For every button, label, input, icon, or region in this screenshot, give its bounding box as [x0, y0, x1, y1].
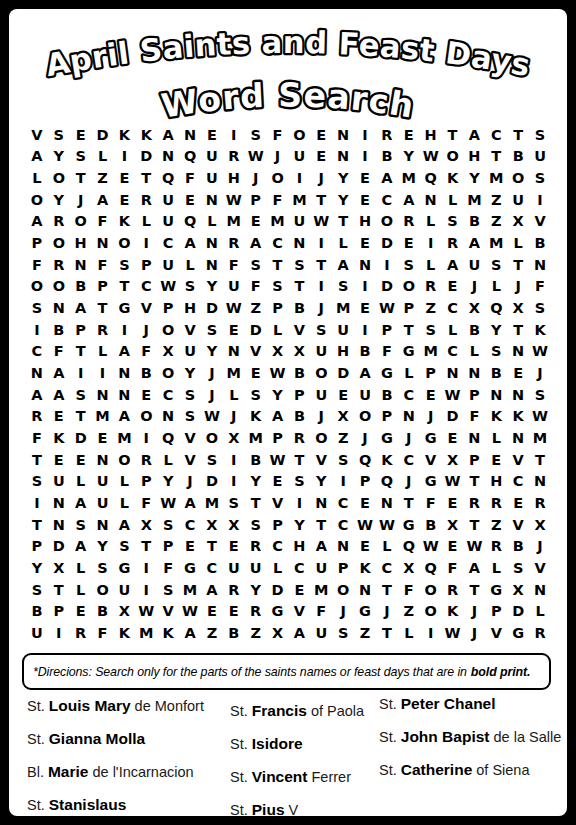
grid-cell-r12c19: P: [420, 362, 442, 384]
grid-cell-r9c5: G: [114, 297, 136, 319]
page-title: April Saints and Feast Days Word Search: [18, 14, 558, 124]
grid-cell-r4c23: U: [507, 189, 529, 211]
grid-cell-r22c1: S: [26, 579, 48, 601]
grid-cell-r10c10: E: [223, 319, 245, 341]
grid-cell-r6c9: N: [201, 232, 223, 254]
grid-cell-r4c4: A: [92, 189, 114, 211]
grid-cell-r5c21: B: [464, 211, 486, 233]
grid-cell-r3c6: T: [135, 167, 157, 189]
grid-cell-r3c18: M: [398, 167, 420, 189]
grid-cell-r22c18: F: [398, 579, 420, 601]
grid-cell-r15c24: M: [529, 427, 551, 449]
grid-cell-r16c9: S: [201, 449, 223, 471]
grid-cell-r5c7: U: [157, 211, 179, 233]
grid-cell-r12c8: Y: [179, 362, 201, 384]
grid-cell-r5c4: F: [92, 211, 114, 233]
grid-cell-r11c19: M: [420, 341, 442, 363]
grid-cell-r23c10: E: [223, 601, 245, 623]
grid-cell-r24c10: B: [223, 622, 245, 644]
grid-cell-r1c5: K: [114, 124, 136, 146]
grid-cell-r11c22: S: [485, 341, 507, 363]
grid-cell-r8c18: O: [398, 276, 420, 298]
grid-cell-r3c11: J: [245, 167, 267, 189]
word-list-column-3: St. Peter ChanelSt. John Bapist de la Sa…: [379, 694, 555, 825]
grid-cell-r14c19: J: [420, 406, 442, 428]
grid-cell-r10c12: L: [267, 319, 289, 341]
grid-cell-r6c14: I: [310, 232, 332, 254]
grid-cell-r1c11: S: [245, 124, 267, 146]
grid-cell-r10c18: T: [398, 319, 420, 341]
grid-cell-r2c1: A: [26, 146, 48, 168]
grid-cell-r1c24: S: [529, 124, 551, 146]
grid-cell-r2c14: E: [310, 146, 332, 168]
grid-cell-r6c19: I: [420, 232, 442, 254]
grid-cell-r6c8: A: [179, 232, 201, 254]
grid-cell-r15c5: M: [114, 427, 136, 449]
grid-cell-r24c8: A: [179, 622, 201, 644]
grid-cell-r14c18: N: [398, 406, 420, 428]
grid-cell-r24c3: R: [70, 622, 92, 644]
grid-cell-r9c23: X: [507, 297, 529, 319]
grid-cell-r9c8: H: [179, 297, 201, 319]
grid-cell-r11c4: L: [92, 341, 114, 363]
grid-cell-r2c21: H: [464, 146, 486, 168]
grid-cell-r18c5: L: [114, 492, 136, 514]
grid-cell-r24c13: A: [289, 622, 311, 644]
grid-cell-r23c3: E: [70, 601, 92, 623]
grid-cell-r16c11: B: [245, 449, 267, 471]
grid-cell-r20c14: A: [310, 536, 332, 558]
grid-cell-r5c18: R: [398, 211, 420, 233]
grid-cell-r5c11: E: [245, 211, 267, 233]
grid-cell-r7c14: T: [310, 254, 332, 276]
grid-cell-r16c12: W: [267, 449, 289, 471]
grid-cell-r12c7: O: [157, 362, 179, 384]
grid-cell-r20c1: P: [26, 536, 48, 558]
grid-cell-r5c19: L: [420, 211, 442, 233]
grid-cell-r17c18: J: [398, 471, 420, 493]
grid-cell-r3c7: Q: [157, 167, 179, 189]
grid-cell-r6c1: P: [26, 232, 48, 254]
grid-cell-r4c24: I: [529, 189, 551, 211]
grid-cell-r3c12: O: [267, 167, 289, 189]
grid-cell-r22c5: U: [114, 579, 136, 601]
grid-cell-r15c9: O: [201, 427, 223, 449]
grid-cell-r5c9: L: [201, 211, 223, 233]
grid-cell-r1c14: E: [310, 124, 332, 146]
grid-cell-r8c2: O: [48, 276, 70, 298]
grid-cell-r15c8: V: [179, 427, 201, 449]
grid-cell-r8c19: R: [420, 276, 442, 298]
grid-cell-r11c11: V: [245, 341, 267, 363]
grid-cell-r19c12: P: [267, 514, 289, 536]
grid-cell-r17c11: Y: [245, 471, 267, 493]
grid-cell-r4c6: R: [135, 189, 157, 211]
grid-cell-r4c11: P: [245, 189, 267, 211]
grid-cell-r14c14: J: [310, 406, 332, 428]
grid-cell-r24c11: Z: [245, 622, 267, 644]
grid-cell-r24c22: V: [485, 622, 507, 644]
grid-cell-r3c22: M: [485, 167, 507, 189]
grid-cell-r2c7: N: [157, 146, 179, 168]
grid-cell-r7c19: L: [420, 254, 442, 276]
grid-cell-r13c11: S: [245, 384, 267, 406]
grid-cell-r22c2: T: [48, 579, 70, 601]
grid-cell-r7c12: T: [267, 254, 289, 276]
grid-cell-r17c3: L: [70, 471, 92, 493]
title-line1: April Saints and Feast Days: [43, 25, 533, 83]
grid-cell-r19c22: Z: [485, 514, 507, 536]
grid-cell-r7c11: S: [245, 254, 267, 276]
grid-cell-r15c2: K: [48, 427, 70, 449]
grid-cell-r7c7: U: [157, 254, 179, 276]
grid-cell-r18c20: E: [442, 492, 464, 514]
grid-cell-r14c22: K: [485, 406, 507, 428]
grid-cell-r10c13: V: [289, 319, 311, 341]
grid-cell-r1c9: E: [201, 124, 223, 146]
grid-cell-r23c22: P: [485, 601, 507, 623]
grid-cell-r13c15: E: [332, 384, 354, 406]
grid-cell-r3c3: T: [70, 167, 92, 189]
grid-cell-r18c19: F: [420, 492, 442, 514]
word-list-column-1: St. Louis Mary de MonfortSt. Gianna Moll…: [27, 694, 230, 825]
grid-cell-r14c16: O: [354, 406, 376, 428]
word-prefix: St.: [230, 802, 252, 818]
grid-cell-r2c20: O: [442, 146, 464, 168]
grid-cell-r14c11: K: [245, 406, 267, 428]
grid-cell-r14c10: J: [223, 406, 245, 428]
grid-cell-r24c23: G: [507, 622, 529, 644]
grid-cell-r20c11: R: [245, 536, 267, 558]
grid-cell-r17c8: J: [179, 471, 201, 493]
grid-cell-r21c4: S: [92, 557, 114, 579]
grid-cell-r1c1: V: [26, 124, 48, 146]
grid-cell-r23c8: W: [179, 601, 201, 623]
grid-cell-r21c9: C: [201, 557, 223, 579]
word-list-item: St. John Bapist de la Salle: [379, 727, 555, 747]
grid-cell-r24c5: K: [114, 622, 136, 644]
grid-cell-r11c23: N: [507, 341, 529, 363]
grid-cell-r11c20: C: [442, 341, 464, 363]
word-suffix: of Siena: [472, 762, 529, 778]
grid-cell-r3c16: E: [354, 167, 376, 189]
grid-cell-r6c7: C: [157, 232, 179, 254]
word-list: St. Louis Mary de MonfortSt. Gianna Moll…: [27, 694, 555, 825]
grid-cell-r19c5: A: [114, 514, 136, 536]
grid-cell-r12c10: M: [223, 362, 245, 384]
grid-cell-r2c13: U: [289, 146, 311, 168]
grid-cell-r21c12: L: [267, 557, 289, 579]
grid-cell-r21c3: L: [70, 557, 92, 579]
word-suffix: of Paola: [307, 703, 364, 719]
grid-cell-r5c20: S: [442, 211, 464, 233]
worksheet-page: April Saints and Feast Days Word Search …: [0, 0, 576, 825]
grid-cell-r4c16: E: [354, 189, 376, 211]
grid-cell-r10c23: T: [507, 319, 529, 341]
grid-cell-r12c1: N: [26, 362, 48, 384]
grid-cell-r5c3: O: [70, 211, 92, 233]
grid-cell-r12c13: B: [289, 362, 311, 384]
grid-cell-r1c16: I: [354, 124, 376, 146]
grid-cell-r1c15: N: [332, 124, 354, 146]
grid-cell-r12c15: D: [332, 362, 354, 384]
grid-cell-r5c6: L: [135, 211, 157, 233]
grid-cell-r3c8: F: [179, 167, 201, 189]
grid-cell-r16c1: T: [26, 449, 48, 471]
grid-cell-r2c18: Y: [398, 146, 420, 168]
grid-cell-r4c3: J: [70, 189, 92, 211]
grid-cell-r7c22: S: [485, 254, 507, 276]
grid-cell-r13c24: S: [529, 384, 551, 406]
grid-cell-r3c14: J: [310, 167, 332, 189]
grid-cell-r15c23: N: [507, 427, 529, 449]
word-bold-name: Stanislaus: [49, 796, 127, 813]
grid-cell-r5c24: V: [529, 211, 551, 233]
grid-cell-r6c11: A: [245, 232, 267, 254]
grid-cell-r2c16: I: [354, 146, 376, 168]
grid-cell-r8c21: J: [464, 276, 486, 298]
grid-cell-r15c13: R: [289, 427, 311, 449]
grid-cell-r23c15: J: [332, 601, 354, 623]
grid-cell-r23c17: J: [376, 601, 398, 623]
grid-cell-r15c6: I: [135, 427, 157, 449]
grid-cell-r4c5: E: [114, 189, 136, 211]
grid-cell-r19c20: X: [442, 514, 464, 536]
grid-cell-r24c21: J: [464, 622, 486, 644]
grid-cell-r6c23: L: [507, 232, 529, 254]
grid-cell-r6c20: R: [442, 232, 464, 254]
word-bold-name: Peter Chanel: [401, 695, 496, 712]
grid-cell-r18c3: A: [70, 492, 92, 514]
grid-cell-r3c10: H: [223, 167, 245, 189]
grid-cell-r1c22: C: [485, 124, 507, 146]
grid-cell-r18c21: R: [464, 492, 486, 514]
grid-cell-r5c1: A: [26, 211, 48, 233]
grid-cell-r5c23: X: [507, 211, 529, 233]
grid-cell-r1c23: T: [507, 124, 529, 146]
grid-cell-r8c6: C: [135, 276, 157, 298]
grid-cell-r4c21: M: [464, 189, 486, 211]
grid-cell-r10c9: S: [201, 319, 223, 341]
grid-cell-r18c18: T: [398, 492, 420, 514]
grid-cell-r13c19: E: [420, 384, 442, 406]
grid-cell-r17c5: L: [114, 471, 136, 493]
grid-cell-r6c2: O: [48, 232, 70, 254]
grid-cell-r2c24: U: [529, 146, 551, 168]
grid-cell-r10c3: P: [70, 319, 92, 341]
grid-cell-r6c10: R: [223, 232, 245, 254]
grid-cell-r17c21: T: [464, 471, 486, 493]
grid-cell-r19c17: W: [376, 514, 398, 536]
grid-cell-r23c21: J: [464, 601, 486, 623]
grid-cell-r16c23: V: [507, 449, 529, 471]
grid-cell-r19c2: N: [48, 514, 70, 536]
word-search-grid: VSEDKKANEISFOENIREHTACTSAYSLIDNQURWJUENI…: [26, 124, 551, 644]
grid-cell-r23c20: K: [442, 601, 464, 623]
grid-cell-r22c20: R: [442, 579, 464, 601]
word-suffix: de Monfort: [131, 698, 204, 714]
grid-cell-r20c4: Y: [92, 536, 114, 558]
grid-cell-r2c3: S: [70, 146, 92, 168]
grid-cell-r10c22: Y: [485, 319, 507, 341]
grid-cell-r13c12: Y: [267, 384, 289, 406]
grid-cell-r8c14: I: [310, 276, 332, 298]
grid-cell-r9c14: J: [310, 297, 332, 319]
grid-cell-r23c18: Z: [398, 601, 420, 623]
grid-cell-r17c24: N: [529, 471, 551, 493]
grid-cell-r4c22: Z: [485, 189, 507, 211]
grid-cell-r9c19: Z: [420, 297, 442, 319]
word-list-item: St. Pius V: [230, 800, 379, 820]
word-bold-name: Catherine: [401, 761, 473, 778]
grid-cell-r5c8: Q: [179, 211, 201, 233]
grid-cell-r8c15: S: [332, 276, 354, 298]
grid-cell-r8c17: D: [376, 276, 398, 298]
grid-cell-r1c13: O: [289, 124, 311, 146]
grid-cell-r3c20: K: [442, 167, 464, 189]
grid-cell-r19c6: X: [135, 514, 157, 536]
word-list-item: St. Francis of Paola: [230, 701, 379, 721]
grid-cell-r7c24: N: [529, 254, 551, 276]
grid-cell-r21c14: U: [310, 557, 332, 579]
grid-cell-r21c1: Y: [26, 557, 48, 579]
grid-cell-r9c21: X: [464, 297, 486, 319]
grid-cell-r12c11: E: [245, 362, 267, 384]
grid-cell-r16c8: V: [179, 449, 201, 471]
grid-cell-r2c10: R: [223, 146, 245, 168]
grid-cell-r8c7: W: [157, 276, 179, 298]
grid-cell-r12c12: W: [267, 362, 289, 384]
grid-cell-r23c4: B: [92, 601, 114, 623]
grid-cell-r12c6: B: [135, 362, 157, 384]
grid-cell-r19c10: X: [223, 514, 245, 536]
grid-cell-r20c2: D: [48, 536, 70, 558]
grid-cell-r7c5: S: [114, 254, 136, 276]
grid-cell-r2c8: Q: [179, 146, 201, 168]
word-list-item: St. Gianna Molla: [27, 729, 230, 749]
grid-cell-r9c12: P: [267, 297, 289, 319]
grid-cell-r6c13: N: [289, 232, 311, 254]
grid-cell-r7c16: N: [354, 254, 376, 276]
grid-cell-r23c19: O: [420, 601, 442, 623]
grid-cell-r1c3: E: [70, 124, 92, 146]
grid-cell-r9c1: S: [26, 297, 48, 319]
directions-text: *Direcions: Search only for the parts of…: [33, 665, 467, 679]
grid-cell-r10c6: J: [135, 319, 157, 341]
grid-cell-r6c3: H: [70, 232, 92, 254]
grid-cell-r7c18: S: [398, 254, 420, 276]
grid-cell-r21c24: V: [529, 557, 551, 579]
grid-cell-r18c11: T: [245, 492, 267, 514]
grid-cell-r24c24: R: [529, 622, 551, 644]
grid-cell-r8c23: J: [507, 276, 529, 298]
grid-cell-r12c5: N: [114, 362, 136, 384]
grid-cell-r2c22: T: [485, 146, 507, 168]
grid-cell-r16c19: V: [420, 449, 442, 471]
grid-cell-r5c13: U: [289, 211, 311, 233]
grid-cell-r24c17: T: [376, 622, 398, 644]
grid-cell-r13c14: U: [310, 384, 332, 406]
grid-cell-r15c1: F: [26, 427, 48, 449]
grid-cell-r12c9: J: [201, 362, 223, 384]
grid-cell-r6c5: O: [114, 232, 136, 254]
word-prefix: St.: [27, 797, 49, 813]
grid-cell-r23c12: G: [267, 601, 289, 623]
grid-cell-r3c24: S: [529, 167, 551, 189]
grid-cell-r2c15: N: [332, 146, 354, 168]
grid-cell-r12c14: O: [310, 362, 332, 384]
grid-cell-r23c14: F: [310, 601, 332, 623]
grid-cell-r5c17: O: [376, 211, 398, 233]
grid-cell-r18c17: N: [376, 492, 398, 514]
grid-cell-r15c14: O: [310, 427, 332, 449]
grid-cell-r8c24: F: [529, 276, 551, 298]
grid-cell-r13c6: E: [135, 384, 157, 406]
grid-cell-r6c22: M: [485, 232, 507, 254]
grid-cell-r24c18: L: [398, 622, 420, 644]
grid-cell-r13c17: B: [376, 384, 398, 406]
title-line2: Word Search: [159, 75, 418, 124]
grid-cell-r13c5: N: [114, 384, 136, 406]
grid-cell-r20c10: E: [223, 536, 245, 558]
grid-cell-r22c19: O: [420, 579, 442, 601]
grid-cell-r17c10: I: [223, 471, 245, 493]
grid-cell-r13c3: S: [70, 384, 92, 406]
grid-cell-r16c18: C: [398, 449, 420, 471]
directions-period: .: [527, 665, 530, 679]
word-list-item: St. Louis Mary de Monfort: [27, 696, 230, 716]
grid-cell-r7c15: A: [332, 254, 354, 276]
grid-cell-r4c9: N: [201, 189, 223, 211]
directions-box: *Direcions: Search only for the parts of…: [22, 653, 551, 690]
grid-cell-r24c7: K: [157, 622, 179, 644]
grid-cell-r20c22: R: [485, 536, 507, 558]
grid-cell-r21c5: G: [114, 557, 136, 579]
grid-cell-r7c21: U: [464, 254, 486, 276]
grid-cell-r3c9: U: [201, 167, 223, 189]
word-suffix: Ferrer: [307, 769, 351, 785]
grid-cell-r14c4: M: [92, 406, 114, 428]
grid-cell-r14c2: E: [48, 406, 70, 428]
grid-cell-r20c15: N: [332, 536, 354, 558]
grid-cell-r18c15: C: [332, 492, 354, 514]
grid-cell-r16c17: K: [376, 449, 398, 471]
grid-cell-r7c8: L: [179, 254, 201, 276]
grid-cell-r10c14: S: [310, 319, 332, 341]
grid-cell-r9c24: S: [529, 297, 551, 319]
directions-bold-text: bold print: [471, 665, 527, 679]
grid-cell-r22c24: N: [529, 579, 551, 601]
grid-cell-r11c2: F: [48, 341, 70, 363]
grid-cell-r21c16: K: [354, 557, 376, 579]
grid-cell-r13c23: N: [507, 384, 529, 406]
grid-cell-r21c23: S: [507, 557, 529, 579]
word-suffix: V: [285, 802, 299, 818]
grid-cell-r22c21: T: [464, 579, 486, 601]
word-list-item: Bl. Marie de l'Incarnacion: [27, 762, 230, 782]
grid-cell-r16c21: P: [464, 449, 486, 471]
grid-cell-r19c24: X: [529, 514, 551, 536]
grid-cell-r21c21: A: [464, 557, 486, 579]
grid-cell-r10c17: P: [376, 319, 398, 341]
grid-cell-r10c19: S: [420, 319, 442, 341]
grid-cell-r24c16: Z: [354, 622, 376, 644]
grid-cell-r3c19: Q: [420, 167, 442, 189]
grid-cell-r14c20: D: [442, 406, 464, 428]
grid-cell-r13c10: L: [223, 384, 245, 406]
grid-cell-r15c20: E: [442, 427, 464, 449]
grid-cell-r18c13: I: [289, 492, 311, 514]
